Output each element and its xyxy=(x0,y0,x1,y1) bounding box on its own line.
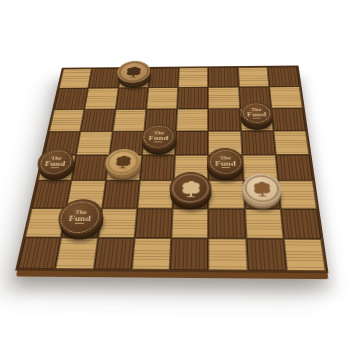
square-f8[interactable] xyxy=(208,67,238,87)
tree-piece-c4[interactable] xyxy=(105,155,142,181)
square-f1[interactable] xyxy=(208,238,247,270)
square-g5[interactable] xyxy=(241,131,276,155)
square-f4[interactable]: TheFund xyxy=(208,155,243,181)
square-e3[interactable] xyxy=(173,181,209,209)
photo-background: TheFundTheFundTheFundTheFundTheFund xyxy=(0,0,350,350)
concentric-ring xyxy=(117,62,149,82)
square-d8[interactable] xyxy=(148,68,179,88)
fund-wordmark-underline xyxy=(154,142,162,143)
square-a7[interactable] xyxy=(54,88,88,109)
dotted-edge-ring xyxy=(38,150,73,173)
square-a6[interactable] xyxy=(49,109,85,131)
fund-wordmark-underline xyxy=(75,223,84,224)
concentric-ring xyxy=(106,150,139,173)
square-b6[interactable] xyxy=(81,109,116,131)
square-c3[interactable] xyxy=(102,181,140,208)
fund-piece-b2[interactable]: TheFund xyxy=(57,205,106,241)
square-h1[interactable] xyxy=(283,239,325,272)
square-e7[interactable] xyxy=(177,87,208,108)
square-c1[interactable] xyxy=(93,238,134,270)
fund-wordmark-underline xyxy=(50,167,58,168)
piece-top-face xyxy=(169,172,212,205)
square-a1[interactable] xyxy=(18,237,61,269)
fund-wordmark-underline xyxy=(221,167,229,168)
square-e8[interactable] xyxy=(178,68,208,88)
square-e1[interactable] xyxy=(170,238,209,270)
checkers-board: TheFundTheFundTheFundTheFundTheFund xyxy=(15,66,328,274)
fund-wordmark-underline xyxy=(253,118,261,119)
square-d1[interactable] xyxy=(131,238,171,270)
fund-piece-f4[interactable]: TheFund xyxy=(207,154,244,181)
square-d4[interactable] xyxy=(140,155,175,181)
square-f7[interactable] xyxy=(208,87,239,108)
square-h7[interactable] xyxy=(269,87,303,108)
square-h3[interactable] xyxy=(278,181,317,209)
tree-piece-g3[interactable] xyxy=(242,180,283,210)
square-d3[interactable] xyxy=(137,181,174,209)
tree-piece-e3[interactable] xyxy=(169,178,211,210)
board-scene: TheFundTheFundTheFundTheFundTheFund xyxy=(15,66,328,274)
square-a4[interactable]: TheFund xyxy=(38,155,76,180)
square-c6[interactable] xyxy=(112,109,146,131)
fund-piece-a4[interactable]: TheFund xyxy=(37,155,77,182)
piece-top-face xyxy=(242,174,283,204)
square-b2[interactable]: TheFund xyxy=(61,208,101,238)
square-h4[interactable] xyxy=(275,155,313,181)
square-b4[interactable] xyxy=(72,155,109,181)
square-c7[interactable] xyxy=(115,88,148,109)
dotted-edge-ring xyxy=(143,126,174,148)
square-c8[interactable] xyxy=(118,68,150,88)
square-h2[interactable] xyxy=(281,209,322,239)
square-g3[interactable] xyxy=(243,181,281,209)
square-b7[interactable] xyxy=(85,88,119,109)
square-g1[interactable] xyxy=(246,238,287,271)
dotted-edge-ring xyxy=(58,201,101,232)
square-d5[interactable]: TheFund xyxy=(142,131,176,155)
concentric-ring xyxy=(244,175,281,202)
square-g6[interactable]: TheFund xyxy=(240,108,274,131)
square-f2[interactable] xyxy=(208,208,245,238)
dotted-edge-ring xyxy=(210,150,242,173)
square-g8[interactable] xyxy=(238,67,269,87)
square-f3[interactable] xyxy=(208,181,244,209)
square-e6[interactable] xyxy=(176,108,208,131)
square-d2[interactable] xyxy=(134,208,172,238)
square-g2[interactable] xyxy=(244,208,283,238)
square-e5[interactable] xyxy=(175,131,208,155)
square-c4[interactable] xyxy=(105,155,141,181)
tree-piece-c8[interactable] xyxy=(116,67,151,89)
fund-piece-g6[interactable]: TheFund xyxy=(240,108,273,131)
square-h5[interactable] xyxy=(273,131,309,155)
square-h6[interactable] xyxy=(271,108,306,131)
concentric-ring xyxy=(171,174,209,203)
square-f6[interactable] xyxy=(208,108,240,131)
square-d7[interactable] xyxy=(146,88,178,109)
dotted-edge-ring xyxy=(242,104,271,123)
square-b5[interactable] xyxy=(76,131,112,155)
fund-piece-d5[interactable]: TheFund xyxy=(141,130,177,155)
square-h8[interactable] xyxy=(267,67,300,87)
square-a8[interactable] xyxy=(59,69,92,89)
